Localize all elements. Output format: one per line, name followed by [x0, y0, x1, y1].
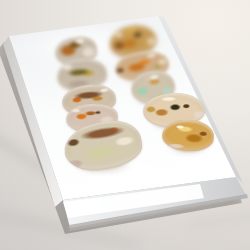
stones-layer: [0, 0, 250, 250]
gemstone-right-5: [161, 118, 215, 152]
photo-scene: [0, 0, 250, 250]
